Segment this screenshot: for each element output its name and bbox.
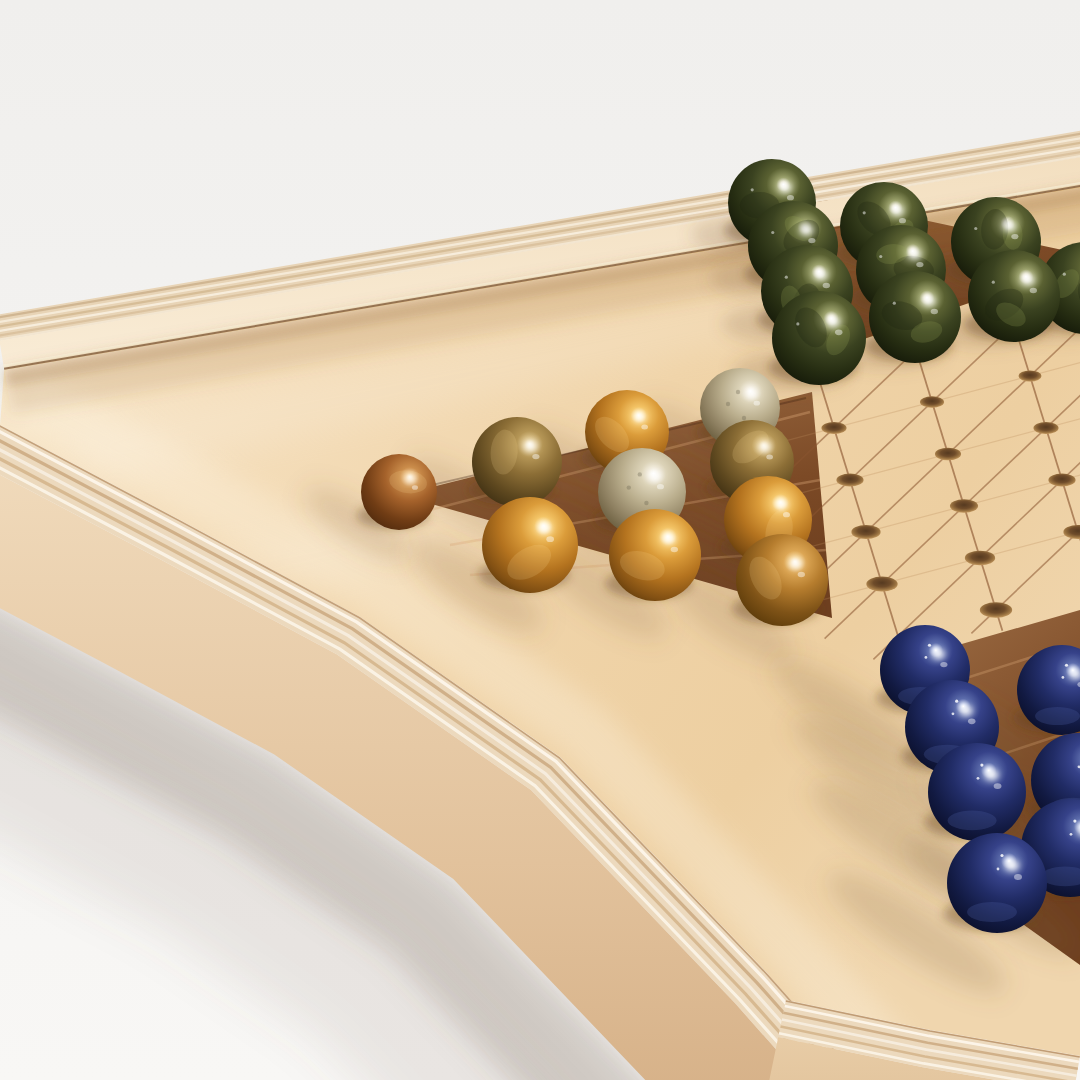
specular-highlight [1003,221,1016,231]
marble-yellow-7[interactable] [482,497,578,593]
hole-2-2[interactable] [1048,473,1075,486]
board-scene [0,0,1080,1080]
marble-blue-6[interactable] [947,833,1047,933]
specular-highlight [814,270,827,280]
specular-highlight [891,206,903,216]
marble-yellow-2[interactable] [472,417,562,507]
marble-green-8[interactable] [869,271,961,363]
specular-highlight [775,500,787,510]
marble-green-9[interactable] [772,291,866,385]
specular-highlight [827,316,840,326]
hole-1-2[interactable] [950,499,978,513]
specular-highlight [405,475,416,483]
hole-1-3[interactable] [965,551,995,566]
hole-2-1[interactable] [1033,422,1058,434]
hole-2-0[interactable] [1018,370,1041,381]
hole-0-0[interactable] [821,422,846,434]
specular-highlight [1021,275,1034,285]
hole-0-3[interactable] [866,576,897,591]
specular-highlight [1005,860,1019,871]
specular-highlight [524,441,537,451]
specular-highlight [649,472,661,482]
specular-highlight [746,390,757,399]
specular-highlight [985,769,999,780]
marble-green-7[interactable] [968,250,1060,342]
marble-yellow-8[interactable] [609,509,701,601]
hole-1-1[interactable] [935,448,961,461]
specular-highlight [922,296,935,306]
marble-yellow-9[interactable] [736,534,828,626]
specular-highlight [789,559,802,569]
specular-highlight [662,534,675,544]
specular-highlight [779,183,791,193]
hole-1-4[interactable] [980,602,1012,618]
specular-highlight [800,225,813,235]
photo-chinese-checkers: Overhead-angle photo of a light maple Ch… [0,0,1080,1080]
specular-highlight [759,443,771,452]
specular-highlight [538,523,551,534]
specular-highlight [634,413,646,422]
specular-highlight [908,249,921,259]
hole-0-1[interactable] [836,473,863,486]
hole-1-0[interactable] [920,396,944,408]
specular-highlight [932,649,945,659]
marble-yellow-4[interactable] [361,454,437,530]
marble-blue-4[interactable] [928,743,1026,841]
hole-0-2[interactable] [851,525,880,539]
specular-highlight [960,705,973,715]
